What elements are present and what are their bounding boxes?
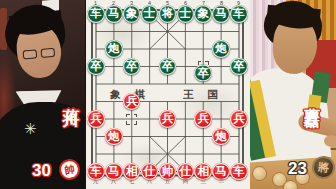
file-coord-label: 四 bbox=[183, 179, 188, 184]
red-seal-character: 帥 bbox=[63, 162, 75, 178]
piece-black-chariot[interactable]: 车 bbox=[230, 5, 248, 23]
right-player-hand bbox=[324, 135, 336, 147]
right-player-counter: 23 bbox=[288, 159, 307, 179]
piece-black-general[interactable]: 将 bbox=[159, 5, 177, 23]
piece-red-soldier[interactable]: 兵 bbox=[194, 110, 212, 128]
piece-black-soldier[interactable]: 卒 bbox=[123, 58, 141, 76]
piece-black-chariot[interactable]: 车 bbox=[87, 5, 105, 23]
piece-black-soldier[interactable]: 卒 bbox=[230, 58, 248, 76]
file-coord-label: 八 bbox=[111, 179, 116, 184]
left-player-name: 蒋川 bbox=[63, 95, 80, 99]
file-coord-label: 三 bbox=[201, 179, 206, 184]
glasses-left-lens bbox=[23, 49, 38, 59]
bottom-coords: 九八七六五四三二一 bbox=[87, 177, 248, 186]
piece-black-cannon[interactable]: 炮 bbox=[212, 40, 230, 58]
right-player-name: 曹岩磊 bbox=[304, 95, 320, 101]
piece-black-advisor[interactable]: 士 bbox=[177, 5, 195, 23]
black-seal-character: 將 bbox=[317, 159, 330, 175]
piece-black-elephant[interactable]: 象 bbox=[123, 5, 141, 23]
file-coord-label: 六 bbox=[147, 179, 152, 184]
piece-black-elephant[interactable]: 象 bbox=[194, 5, 212, 23]
piece-black-soldier[interactable]: 卒 bbox=[194, 64, 212, 82]
glasses-right-lens bbox=[40, 48, 55, 58]
piece-black-soldier[interactable]: 卒 bbox=[159, 58, 177, 76]
board-grid: 车马象士将士象马车炮炮卒卒卒卒卒兵兵兵兵兵炮炮车马相仕帅仕相马车 bbox=[87, 5, 248, 180]
file-coord-label: 五 bbox=[165, 179, 170, 184]
piece-red-soldier[interactable]: 兵 bbox=[87, 110, 105, 128]
file-coord-label: 二 bbox=[218, 179, 223, 184]
wooden-piece bbox=[252, 166, 267, 181]
piece-red-cannon[interactable]: 炮 bbox=[105, 128, 123, 146]
piece-black-horse[interactable]: 马 bbox=[212, 5, 230, 23]
file-coord-label: 一 bbox=[236, 179, 241, 184]
piece-black-advisor[interactable]: 士 bbox=[141, 5, 159, 23]
wooden-piece bbox=[283, 180, 298, 189]
piece-red-cannon[interactable]: 炮 bbox=[212, 128, 230, 146]
left-player-photo: ✳ 蒋川 30 帥 bbox=[0, 0, 86, 189]
file-coord-label: 九 bbox=[93, 179, 98, 184]
left-player-counter: 30 bbox=[32, 161, 51, 181]
video-frame: ✳ 蒋川 30 帥 123456789 象 棋 王 国 车马象士将士象马车炮炮卒… bbox=[0, 0, 336, 189]
piece-black-cannon[interactable]: 炮 bbox=[105, 40, 123, 58]
shirt-logo-icon: ✳ bbox=[24, 120, 37, 138]
right-player-photo: 曹岩磊 23 將 bbox=[250, 0, 336, 189]
piece-red-soldier[interactable]: 兵 bbox=[159, 110, 177, 128]
piece-black-horse[interactable]: 马 bbox=[105, 5, 123, 23]
piece-red-soldier[interactable]: 兵 bbox=[230, 110, 248, 128]
piece-black-soldier[interactable]: 卒 bbox=[87, 58, 105, 76]
piece-red-soldier[interactable]: 兵 bbox=[123, 93, 141, 111]
xiangqi-board: 123456789 象 棋 王 国 车马象士将士象马车炮炮卒卒卒卒卒兵兵兵兵兵炮… bbox=[86, 0, 250, 189]
file-coord-label: 七 bbox=[129, 179, 134, 184]
